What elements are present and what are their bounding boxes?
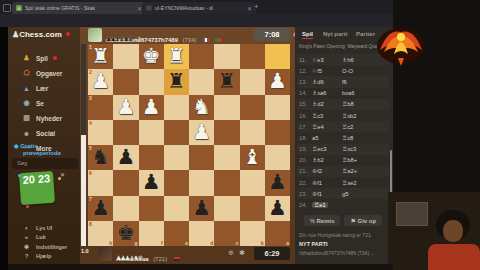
square-f5[interactable] xyxy=(139,145,164,170)
square-c7[interactable] xyxy=(214,196,239,221)
wall-frame xyxy=(396,202,428,226)
square-g3[interactable]: ♟ xyxy=(113,95,138,120)
square-f7[interactable] xyxy=(139,196,164,221)
square-e6[interactable] xyxy=(164,170,189,195)
move-row-24[interactable]: 24.♖e1 xyxy=(297,199,389,210)
square-d8[interactable]: d xyxy=(189,221,214,246)
square-a2[interactable]: ♟ xyxy=(265,69,290,94)
black-rook-e2[interactable]: ♜ xyxy=(164,69,189,94)
opponent-flag xyxy=(203,38,209,42)
square-f8[interactable]: f xyxy=(139,221,164,246)
square-a8[interactable]: a xyxy=(265,221,290,246)
rank-label: 4 xyxy=(89,120,92,126)
move-row-17[interactable]: 17.♖e4♖c2 xyxy=(297,121,389,132)
move-row-20[interactable]: 20.♗b2♖b8+ xyxy=(297,155,389,166)
spil-icon: ♟ xyxy=(22,54,31,62)
square-d6[interactable] xyxy=(189,170,214,195)
square-c6[interactable] xyxy=(214,170,239,195)
square-h6[interactable]: 6 xyxy=(88,170,113,195)
search-input[interactable]: Søg xyxy=(12,158,78,169)
square-h4[interactable]: 4 xyxy=(88,120,113,145)
move-row-16[interactable]: 16.♖c3♖xb2 xyxy=(297,110,389,121)
streamer-face xyxy=(443,220,463,242)
square-b5[interactable]: ♝ xyxy=(240,145,265,170)
square-d3[interactable]: ♞ xyxy=(189,95,214,120)
confetti xyxy=(26,205,29,208)
square-e7[interactable] xyxy=(164,196,189,221)
evaluation-white-portion xyxy=(81,135,86,246)
opponent-rating: (734) xyxy=(182,37,196,43)
square-c1[interactable] xyxy=(214,44,239,69)
black-pawn-h7[interactable]: ♟ xyxy=(88,196,113,221)
square-e3[interactable] xyxy=(164,95,189,120)
square-c5[interactable] xyxy=(214,145,239,170)
confetti xyxy=(18,174,21,177)
badge-dot xyxy=(53,56,57,60)
black-pawn-g5[interactable]: ♟ xyxy=(113,145,138,170)
sidebar-item-lær[interactable]: ▲Lær xyxy=(22,80,48,96)
square-a1[interactable] xyxy=(265,44,290,69)
square-a6[interactable]: ♟ xyxy=(265,170,290,195)
sidebar-footer-hjælp[interactable]: ?Hjælp xyxy=(22,252,51,261)
white-rook-e1[interactable]: ♜ xyxy=(164,44,189,69)
draw-button[interactable]: ½ Remis xyxy=(304,215,341,226)
move-row-13[interactable]: 13.♗d6f6 xyxy=(297,76,389,87)
square-f4[interactable] xyxy=(139,120,164,145)
chesscom-logo[interactable]: ♟Chess.com xyxy=(12,30,62,39)
move-row-21[interactable]: 21.♔f2♖a2+ xyxy=(297,166,389,177)
square-a4[interactable] xyxy=(265,120,290,145)
square-e4[interactable] xyxy=(164,120,189,145)
square-b2[interactable] xyxy=(240,69,265,94)
notification-dot xyxy=(66,32,70,36)
left-black-strip xyxy=(0,27,8,270)
player-rating: (721) xyxy=(153,256,167,262)
square-b8[interactable]: b xyxy=(240,221,265,246)
lys ui-icon: ◐ xyxy=(22,225,31,231)
square-e1[interactable]: ♜ xyxy=(164,44,189,69)
square-h8[interactable]: 8h xyxy=(88,221,113,246)
phoenix-artwork xyxy=(374,20,428,68)
white-pawn-h2[interactable]: ♟ xyxy=(88,69,113,94)
black-pawn-a6[interactable]: ♟ xyxy=(265,170,290,195)
chess-sidebar: ♟Chess.com ♟Spil⬡Opgaver▲Lær◉Se▤Nyheder☻… xyxy=(8,27,80,264)
square-h7[interactable]: 7♟ xyxy=(88,196,113,221)
opponent-player-bar: rldhatbdond674737h7489 (734) ♟♟♝♝♞♛+2 7:… xyxy=(88,27,290,44)
white-pawn-g3[interactable]: ♟ xyxy=(113,95,138,120)
black-king-g8[interactable]: ♚ xyxy=(113,221,138,246)
move-row-22[interactable]: 22.♔f1♖xe2 xyxy=(297,177,389,188)
square-e8[interactable]: e xyxy=(164,221,189,246)
square-a3[interactable] xyxy=(265,95,290,120)
square-g5[interactable]: ♟ xyxy=(113,145,138,170)
white-rook-h1[interactable]: ♜ xyxy=(88,44,113,69)
tab-nyt-parti[interactable]: Nyt parti xyxy=(323,31,347,37)
square-g4[interactable] xyxy=(113,120,138,145)
sidebar-item-opgaver[interactable]: ⬡Opgaver xyxy=(22,65,62,81)
square-h5[interactable]: 5♞ xyxy=(88,145,113,170)
chat-new-game-label: NYT PARTI xyxy=(299,241,389,247)
tab-title: Spil skak online GRATIS - Skak xyxy=(25,5,95,11)
move-row-15[interactable]: 15.♗d2♖b8 xyxy=(297,99,389,110)
rank-label: 8 xyxy=(89,221,92,227)
opgaver-icon: ⬡ xyxy=(22,69,31,77)
tab-close-icon[interactable]: ✕ xyxy=(247,5,252,12)
se-icon: ◉ xyxy=(22,99,31,107)
sidebar-item-social[interactable]: ☻Social xyxy=(22,125,55,141)
square-f1[interactable]: ♚ xyxy=(139,44,164,69)
square-c2[interactable]: ♜ xyxy=(214,69,239,94)
bottom-strip xyxy=(8,264,393,270)
black-pawn-f6[interactable]: ♟ xyxy=(139,170,164,195)
opponent-clock: 7:08 xyxy=(254,28,290,41)
evaluation-bar xyxy=(81,44,86,246)
webcam-overlay xyxy=(388,192,480,270)
move-row-18[interactable]: 18.a5♖c8 xyxy=(297,132,389,143)
captured-pieces-tray: ♟♟♝♝♞♛+2 xyxy=(106,35,141,42)
tab2-favicon xyxy=(146,5,152,11)
board-option-icons[interactable]: ⊕✱ xyxy=(228,249,250,257)
white-king-f1[interactable]: ♚ xyxy=(139,44,164,69)
square-b4[interactable] xyxy=(240,120,265,145)
player-avatar[interactable] xyxy=(98,247,112,261)
white-bishop-b5[interactable]: ♝ xyxy=(240,145,265,170)
luk-icon: « xyxy=(22,234,31,240)
browser-tab-chess[interactable]: ♙ Spil skak online GRATIS - Skak ✕ xyxy=(12,2,146,14)
player-bar: Amoumbaa (721) ♟♟♟♝♞♛ ⊕✱ 6:29 xyxy=(88,246,290,263)
square-g8[interactable]: g♚ xyxy=(113,221,138,246)
move-row-19[interactable]: 19.♖ec3♖xc3 xyxy=(297,144,389,155)
sidebar-footer-luk[interactable]: «Luk xyxy=(22,233,46,242)
move-list[interactable]: 11.♘e3♗h612.♘f5O-O13.♗d6f614.♗xa6bxa615.… xyxy=(297,54,389,211)
chess-board[interactable]: 1♜♚♜2♟♜♜♟3♟♟♞4♟5♞♟♝6♟♟7♟♟♟8hg♚fedcba xyxy=(88,44,290,246)
tab-title: uI-EYNCNlWAstudsas - di xyxy=(155,5,213,11)
indstillinger-icon: ✱ xyxy=(22,243,31,250)
sidebar-item-se[interactable]: ◉Se xyxy=(22,95,44,111)
square-d7[interactable]: ♟ xyxy=(189,196,214,221)
move-row-23[interactable]: 23.♔f1g5 xyxy=(297,188,389,199)
square-h1[interactable]: 1♜ xyxy=(88,44,113,69)
square-a5[interactable] xyxy=(265,145,290,170)
square-b3[interactable] xyxy=(240,95,265,120)
square-f2[interactable] xyxy=(139,69,164,94)
screen: ♙ Spil skak online GRATIS - Skak ✕ uI-EY… xyxy=(0,0,480,270)
square-b1[interactable] xyxy=(240,44,265,69)
white-pawn-f3[interactable]: ♟ xyxy=(139,95,164,120)
sidebar-footer-lys-ui[interactable]: ◐Lys UI xyxy=(22,223,52,232)
lær-icon: ▲ xyxy=(22,85,31,92)
opponent-avatar[interactable] xyxy=(88,28,102,42)
resign-button[interactable]: ⚑ Giv op xyxy=(344,215,382,226)
black-pawn-a7[interactable]: ♟ xyxy=(265,196,290,221)
white-knight-d3[interactable]: ♞ xyxy=(189,95,214,120)
square-d5[interactable] xyxy=(189,145,214,170)
streamer-shirt xyxy=(428,244,480,270)
player-captured-tray: ♟♟♟♝♞♛ xyxy=(116,254,142,261)
free-trial-link[interactable]: ◆ Gratis prøveperiode xyxy=(14,143,61,157)
promo-2023-badge[interactable]: 20 23 xyxy=(19,171,55,205)
sidebar-footer-indstillinger[interactable]: ✱Indstillinger xyxy=(22,242,67,251)
square-e5[interactable] xyxy=(164,145,189,170)
white-pawn-d4[interactable]: ♟ xyxy=(189,120,214,145)
square-b7[interactable] xyxy=(240,196,265,221)
square-d4[interactable]: ♟ xyxy=(189,120,214,145)
square-b6[interactable] xyxy=(240,170,265,195)
browser-tab-secondary[interactable]: uI-EYNCNlWAstudsas - di ✕ xyxy=(142,2,256,14)
square-f6[interactable]: ♟ xyxy=(139,170,164,195)
square-c4[interactable] xyxy=(214,120,239,145)
sidebar-item-spil[interactable]: ♟Spil xyxy=(22,50,57,66)
square-g1[interactable] xyxy=(113,44,138,69)
tab-spil[interactable]: Spil xyxy=(302,31,313,39)
material-advantage: +2 xyxy=(134,36,140,42)
square-f3[interactable]: ♟ xyxy=(139,95,164,120)
square-c3[interactable] xyxy=(214,95,239,120)
white-pawn-a2[interactable]: ♟ xyxy=(265,69,290,94)
square-g6[interactable] xyxy=(113,170,138,195)
move-row-14[interactable]: 14.♗xa6bxa6 xyxy=(297,88,389,99)
square-e2[interactable]: ♜ xyxy=(164,69,189,94)
sidebar-item-nyheder[interactable]: ▤Nyheder xyxy=(22,110,62,126)
nyheder-icon: ▤ xyxy=(22,114,31,122)
hjælp-icon: ? xyxy=(22,253,31,259)
square-c8[interactable]: c xyxy=(214,221,239,246)
square-h2[interactable]: 2♟ xyxy=(88,69,113,94)
square-h3[interactable]: 3 xyxy=(88,95,113,120)
chess-favicon: ♙ xyxy=(16,5,22,11)
square-d1[interactable] xyxy=(189,44,214,69)
player-clock: 6:29 xyxy=(254,247,290,260)
promo-close-icon[interactable]: ✕ xyxy=(60,171,65,178)
square-g2[interactable] xyxy=(113,69,138,94)
opponent-extra-flag xyxy=(215,38,221,42)
square-a7[interactable]: ♟ xyxy=(265,196,290,221)
black-knight-h5[interactable]: ♞ xyxy=(88,145,113,170)
square-d2[interactable] xyxy=(189,69,214,94)
social-icon: ☻ xyxy=(22,130,31,137)
chat-message: rldhatbdond674737h7489 (734) ... xyxy=(299,250,389,256)
black-pawn-d7[interactable]: ♟ xyxy=(189,196,214,221)
black-rook-c2[interactable]: ♜ xyxy=(214,69,239,94)
square-g7[interactable] xyxy=(113,196,138,221)
rank-label: 3 xyxy=(89,95,92,101)
window-icon xyxy=(3,4,11,12)
rank-label: 6 xyxy=(89,170,92,176)
new-tab-button[interactable]: + xyxy=(254,3,259,11)
tab-partier[interactable]: Partier xyxy=(356,31,375,37)
player-flag xyxy=(174,257,180,261)
chat-message: Din nye Hurtigskak-rating er 721. xyxy=(299,232,389,238)
